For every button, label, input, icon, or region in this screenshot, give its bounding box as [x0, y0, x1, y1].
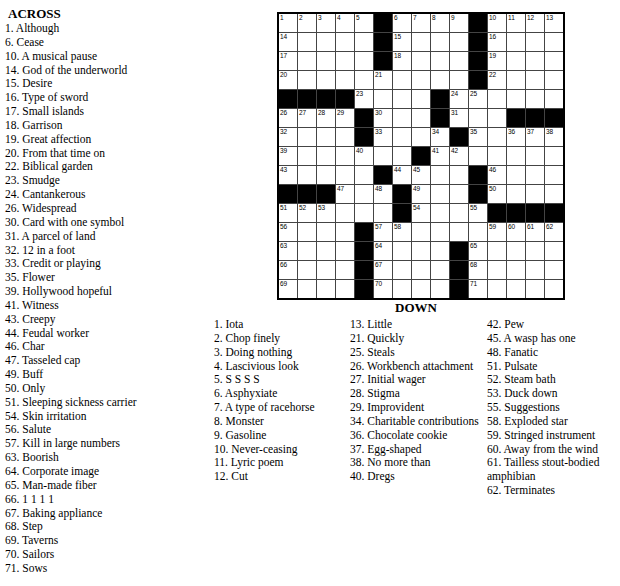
grid-cell[interactable]: 41 [431, 147, 449, 165]
grid-cell[interactable] [298, 242, 316, 260]
cell-number: 49 [413, 185, 420, 193]
down-clue: 29. Improvident [350, 401, 487, 415]
black-cell [355, 242, 373, 260]
black-cell [526, 204, 544, 222]
black-cell [450, 280, 468, 298]
grid-cell[interactable]: 27 [298, 109, 316, 127]
cell-number: 33 [375, 128, 382, 136]
grid-cell[interactable] [507, 71, 525, 89]
grid-cell[interactable] [412, 52, 430, 70]
black-cell [355, 109, 373, 127]
grid-cell[interactable] [526, 71, 544, 89]
cell-number: 46 [489, 166, 496, 174]
cell-number: 68 [470, 261, 477, 269]
grid-cell[interactable] [545, 280, 563, 298]
across-clue: 16. Type of sword [5, 91, 277, 105]
grid-cell[interactable] [336, 242, 354, 260]
grid-cell[interactable]: 15 [393, 33, 411, 51]
grid-cell[interactable] [545, 242, 563, 260]
black-cell [469, 52, 487, 70]
cell-number: 36 [508, 128, 515, 136]
grid-cell[interactable]: 47 [336, 185, 354, 203]
grid-cell[interactable] [431, 261, 449, 279]
grid-cell[interactable]: 70 [374, 280, 392, 298]
cell-number: 58 [394, 223, 401, 231]
grid-cell[interactable] [317, 52, 335, 70]
grid-cell[interactable]: 17 [279, 52, 297, 70]
grid-cell[interactable] [336, 33, 354, 51]
black-cell [374, 33, 392, 51]
grid-cell[interactable] [431, 71, 449, 89]
grid-cell[interactable] [526, 52, 544, 70]
grid-cell[interactable]: 18 [393, 52, 411, 70]
grid-cell[interactable] [431, 242, 449, 260]
grid-cell[interactable] [317, 280, 335, 298]
cell-number: 25 [470, 90, 477, 98]
grid-cell[interactable]: 31 [450, 109, 468, 127]
grid-cell[interactable] [450, 204, 468, 222]
grid-cell[interactable] [545, 90, 563, 108]
down-clue: 2. Chop finely [214, 332, 348, 346]
grid-cell[interactable] [450, 71, 468, 89]
black-cell [545, 204, 563, 222]
cell-number: 17 [280, 52, 287, 60]
cell-number: 23 [356, 90, 363, 98]
grid-cell[interactable] [336, 166, 354, 184]
grid-cell[interactable]: 44 [393, 166, 411, 184]
grid-cell[interactable] [393, 128, 411, 146]
grid-cell[interactable] [507, 185, 525, 203]
grid-cell[interactable] [374, 204, 392, 222]
down-clue: 9. Gasoline [214, 429, 348, 443]
cell-number: 43 [280, 166, 287, 174]
grid-cell[interactable] [488, 261, 506, 279]
grid-cell[interactable] [317, 147, 335, 165]
grid-cell[interactable] [488, 147, 506, 165]
across-clue: 41. Witness [5, 299, 277, 313]
cell-number: 37 [527, 128, 534, 136]
cell-number: 47 [337, 185, 344, 193]
grid-cell[interactable]: 10 [488, 14, 506, 32]
cell-number: 32 [280, 128, 287, 136]
down-clue: 37. Egg-shaped [350, 443, 487, 457]
grid-cell[interactable] [317, 261, 335, 279]
grid-cell[interactable]: 68 [469, 261, 487, 279]
cell-number: 1 [280, 14, 284, 22]
grid-cell[interactable] [317, 33, 335, 51]
grid-cell[interactable]: 50 [488, 185, 506, 203]
grid-cell[interactable] [526, 90, 544, 108]
grid-cell[interactable] [355, 71, 373, 89]
cell-number: 13 [546, 14, 553, 22]
grid-cell[interactable]: 29 [336, 109, 354, 127]
down-clue: 53. Duck down [487, 387, 615, 401]
grid-cell[interactable]: 11 [507, 14, 525, 32]
cell-number: 3 [318, 14, 322, 22]
black-cell [450, 242, 468, 260]
across-clue: 6. Cease [5, 36, 277, 50]
grid-cell[interactable]: 2 [298, 14, 316, 32]
black-cell [469, 71, 487, 89]
grid-cell[interactable] [393, 147, 411, 165]
grid-cell[interactable]: 46 [488, 166, 506, 184]
grid-cell[interactable] [450, 185, 468, 203]
cell-number: 63 [280, 242, 287, 250]
cell-number: 67 [375, 261, 382, 269]
cell-number: 31 [451, 109, 458, 117]
black-cell [450, 128, 468, 146]
grid-cell[interactable]: 64 [374, 242, 392, 260]
grid-cell[interactable]: 30 [374, 109, 392, 127]
across-clue: 39. Hollywood hopeful [5, 285, 277, 299]
grid-cell[interactable] [545, 33, 563, 51]
cell-number: 20 [280, 71, 287, 79]
black-cell [317, 185, 335, 203]
grid-cell[interactable] [431, 204, 449, 222]
grid-cell[interactable] [393, 109, 411, 127]
cell-number: 28 [318, 109, 325, 117]
grid-cell[interactable]: 61 [526, 223, 544, 241]
grid-cell[interactable]: 37 [526, 128, 544, 146]
grid-cell[interactable]: 21 [374, 71, 392, 89]
grid-cell[interactable]: 56 [279, 223, 297, 241]
grid-cell[interactable]: 67 [374, 261, 392, 279]
grid-cell[interactable] [298, 280, 316, 298]
grid-cell[interactable] [450, 52, 468, 70]
grid-cell[interactable] [336, 52, 354, 70]
grid-cell[interactable]: 54 [412, 204, 430, 222]
grid-cell[interactable]: 5 [355, 14, 373, 32]
across-clue: 33. Credit or playing [5, 257, 277, 271]
grid-cell[interactable]: 57 [374, 223, 392, 241]
grid-cell[interactable]: 22 [488, 71, 506, 89]
cell-number: 40 [356, 147, 363, 155]
grid-cell[interactable] [507, 261, 525, 279]
grid-cell[interactable] [507, 280, 525, 298]
grid-cell[interactable] [545, 261, 563, 279]
down-clue: 3. Doing nothing [214, 346, 348, 360]
down-clue: 28. Stigma [350, 387, 487, 401]
cell-number: 12 [527, 14, 534, 22]
grid-cell[interactable]: 55 [469, 204, 487, 222]
black-cell [298, 90, 316, 108]
grid-cell[interactable] [450, 223, 468, 241]
black-cell [507, 109, 525, 127]
grid-cell[interactable] [507, 242, 525, 260]
down-clue: 34. Charitable contributions [350, 415, 487, 429]
grid-cell[interactable] [336, 147, 354, 165]
cell-number: 57 [375, 223, 382, 231]
grid-cell[interactable] [412, 261, 430, 279]
cell-number: 16 [489, 33, 496, 41]
down-clue-list-col1: 1. Iota2. Chop finely3. Doing nothing4. … [214, 318, 348, 484]
grid-cell[interactable] [526, 166, 544, 184]
crossword-grid: 1234567891011121314151617181920212223242… [277, 12, 565, 300]
grid-cell[interactable]: 45 [412, 166, 430, 184]
grid-cell[interactable]: 20 [279, 71, 297, 89]
grid-cell[interactable] [412, 280, 430, 298]
grid-cell[interactable]: 16 [488, 33, 506, 51]
grid-cell[interactable] [298, 71, 316, 89]
cell-number: 27 [299, 109, 306, 117]
grid-cell[interactable]: 25 [469, 90, 487, 108]
grid-cell[interactable] [412, 242, 430, 260]
grid-cell[interactable]: 14 [279, 33, 297, 51]
across-clue: 70. Sailors [5, 548, 277, 562]
cell-number: 7 [413, 14, 417, 22]
grid-cell[interactable]: 62 [545, 223, 563, 241]
grid-cell[interactable]: 52 [298, 204, 316, 222]
grid-cell[interactable] [393, 242, 411, 260]
cell-number: 60 [508, 223, 515, 231]
grid-cell[interactable] [355, 185, 373, 203]
grid-cell[interactable] [317, 242, 335, 260]
black-cell [355, 128, 373, 146]
grid-cell[interactable] [431, 33, 449, 51]
grid-cell[interactable] [393, 71, 411, 89]
grid-cell[interactable] [355, 166, 373, 184]
grid-cell[interactable]: 19 [488, 52, 506, 70]
grid-cell[interactable] [336, 280, 354, 298]
grid-cell[interactable] [355, 33, 373, 51]
down-clue: 10. Never-ceasing [214, 443, 348, 457]
black-cell [298, 185, 316, 203]
grid-cell[interactable] [298, 166, 316, 184]
grid-cell[interactable] [450, 166, 468, 184]
grid-cell[interactable]: 35 [469, 128, 487, 146]
black-cell [469, 166, 487, 184]
grid-cell[interactable]: 51 [279, 204, 297, 222]
grid-cell[interactable] [488, 109, 506, 127]
grid-cell[interactable]: 42 [450, 147, 468, 165]
cell-number: 41 [432, 147, 439, 155]
grid-cell[interactable]: 7 [412, 14, 430, 32]
grid-cell[interactable]: 60 [507, 223, 525, 241]
across-clue: 32. 12 in a foot [5, 244, 277, 258]
cell-number: 35 [470, 128, 477, 136]
down-header: DOWN [395, 300, 437, 315]
down-clue: 45. A wasp has one [487, 332, 615, 346]
across-clue: 22. Biblical garden [5, 160, 277, 174]
grid-cell[interactable] [298, 147, 316, 165]
grid-cell[interactable] [488, 128, 506, 146]
grid-cell[interactable]: 8 [431, 14, 449, 32]
grid-cell[interactable] [507, 90, 525, 108]
down-clue: 55. Suggestions [487, 401, 615, 415]
grid-cell[interactable] [469, 223, 487, 241]
grid-cell[interactable] [393, 280, 411, 298]
grid-cell[interactable] [488, 90, 506, 108]
grid-cell[interactable]: 39 [279, 147, 297, 165]
grid-cell[interactable]: 49 [412, 185, 430, 203]
down-clue: 4. Lascivious look [214, 360, 348, 374]
grid-cell[interactable] [545, 147, 563, 165]
across-clue: 26. Widespread [5, 202, 277, 216]
across-clue: 20. From that time on [5, 147, 277, 161]
grid-cell[interactable] [317, 166, 335, 184]
grid-cell[interactable]: 13 [545, 14, 563, 32]
grid-cell[interactable] [545, 71, 563, 89]
black-cell [431, 109, 449, 127]
grid-cell[interactable]: 28 [317, 109, 335, 127]
grid-cell[interactable]: 59 [488, 223, 506, 241]
cell-number: 2 [299, 14, 303, 22]
grid-cell[interactable] [393, 90, 411, 108]
grid-cell[interactable] [374, 90, 392, 108]
black-cell [374, 166, 392, 184]
grid-cell[interactable]: 65 [469, 242, 487, 260]
grid-cell[interactable]: 69 [279, 280, 297, 298]
grid-cell[interactable] [298, 52, 316, 70]
grid-cell[interactable] [545, 166, 563, 184]
across-clue: 23. Smudge [5, 174, 277, 188]
grid-cell[interactable]: 71 [469, 280, 487, 298]
grid-cell[interactable] [507, 147, 525, 165]
cell-number: 42 [451, 147, 458, 155]
grid-cell[interactable]: 4 [336, 14, 354, 32]
grid-cell[interactable] [374, 147, 392, 165]
grid-cell[interactable] [526, 33, 544, 51]
cell-number: 10 [489, 14, 496, 22]
grid-cell[interactable] [526, 261, 544, 279]
cell-number: 70 [375, 280, 382, 288]
grid-cell[interactable]: 1 [279, 14, 297, 32]
black-cell [393, 185, 411, 203]
black-cell [374, 52, 392, 70]
grid-cell[interactable] [450, 33, 468, 51]
grid-cell[interactable]: 24 [450, 90, 468, 108]
black-cell [355, 223, 373, 241]
down-clue: 36. Chocolate cookie [350, 429, 487, 443]
cell-number: 56 [280, 223, 287, 231]
grid-cell[interactable] [298, 261, 316, 279]
across-clues-panel: ACROSS 1. Although6. Cease10. A musical … [5, 6, 277, 576]
down-clue: 13. Little [350, 318, 487, 332]
grid-cell[interactable] [355, 204, 373, 222]
down-clue: 59. Stringed instrument [487, 429, 615, 443]
grid-cell[interactable]: 33 [374, 128, 392, 146]
grid-cell[interactable] [298, 223, 316, 241]
grid-cell[interactable]: 12 [526, 14, 544, 32]
cell-number: 15 [394, 33, 401, 41]
cell-number: 24 [451, 90, 458, 98]
grid-cell[interactable]: 26 [279, 109, 297, 127]
grid-cell[interactable] [545, 52, 563, 70]
black-cell [469, 14, 487, 32]
grid-cell[interactable]: 32 [279, 128, 297, 146]
grid-cell[interactable] [412, 223, 430, 241]
grid-cell[interactable] [545, 185, 563, 203]
black-cell [374, 14, 392, 32]
grid-cell[interactable] [336, 204, 354, 222]
down-clue: 5. S S S S [214, 373, 348, 387]
grid-cell[interactable] [412, 33, 430, 51]
grid-cell[interactable]: 9 [450, 14, 468, 32]
cell-number: 53 [318, 204, 325, 212]
grid-cell[interactable]: 63 [279, 242, 297, 260]
grid-cell[interactable]: 66 [279, 261, 297, 279]
grid-cell[interactable] [336, 223, 354, 241]
grid-cell[interactable] [469, 109, 487, 127]
grid-cell[interactable] [336, 71, 354, 89]
grid-cell[interactable]: 3 [317, 14, 335, 32]
grid-cell[interactable]: 48 [374, 185, 392, 203]
grid-cell[interactable] [431, 223, 449, 241]
grid-cell[interactable] [526, 185, 544, 203]
grid-cell[interactable] [317, 223, 335, 241]
grid-cell[interactable] [431, 185, 449, 203]
grid-cell[interactable] [526, 147, 544, 165]
down-clue: 25. Steals [350, 346, 487, 360]
down-clue: 51. Pulsate [487, 360, 615, 374]
cell-number: 19 [489, 52, 496, 60]
black-cell [412, 147, 430, 165]
black-cell [279, 90, 297, 108]
grid-cell[interactable] [507, 52, 525, 70]
grid-cell[interactable] [412, 90, 430, 108]
black-cell [526, 109, 544, 127]
grid-cell[interactable]: 23 [355, 90, 373, 108]
grid-cell[interactable] [469, 147, 487, 165]
across-clue: 17. Small islands [5, 105, 277, 119]
black-cell [469, 185, 487, 203]
grid-cell[interactable] [317, 71, 335, 89]
grid-cell[interactable] [412, 128, 430, 146]
grid-cell[interactable] [412, 71, 430, 89]
across-clue: 18. Garrison [5, 119, 277, 133]
grid-cell[interactable] [526, 242, 544, 260]
grid-cell[interactable] [431, 52, 449, 70]
grid-cell[interactable] [355, 52, 373, 70]
cell-number: 8 [432, 14, 436, 22]
grid-cell[interactable]: 53 [317, 204, 335, 222]
grid-cell[interactable]: 6 [393, 14, 411, 32]
black-cell [488, 204, 506, 222]
down-clue: 7. A type of racehorse [214, 401, 348, 415]
black-cell [545, 109, 563, 127]
cell-number: 14 [280, 33, 287, 41]
grid-cell[interactable]: 38 [545, 128, 563, 146]
grid-cell[interactable] [488, 280, 506, 298]
grid-cell[interactable]: 40 [355, 147, 373, 165]
cell-number: 51 [280, 204, 287, 212]
grid-cell[interactable] [393, 261, 411, 279]
grid-cell[interactable] [336, 261, 354, 279]
grid-cell[interactable] [431, 166, 449, 184]
across-clue-list: 1. Although6. Cease10. A musical pause14… [5, 22, 277, 576]
down-clue: 38. No more than [350, 456, 487, 470]
grid-cell[interactable]: 36 [507, 128, 525, 146]
grid-cell[interactable] [298, 33, 316, 51]
grid-cell[interactable] [431, 280, 449, 298]
grid-cell[interactable] [336, 128, 354, 146]
down-clue: 60. Away from the wind [487, 443, 615, 457]
grid-cell[interactable]: 58 [393, 223, 411, 241]
grid-cell[interactable] [317, 128, 335, 146]
cell-number: 4 [337, 14, 341, 22]
grid-cell[interactable] [526, 280, 544, 298]
grid-cell[interactable] [507, 166, 525, 184]
cell-number: 69 [280, 280, 287, 288]
grid-cell[interactable]: 43 [279, 166, 297, 184]
grid-cell[interactable] [412, 109, 430, 127]
cell-number: 50 [489, 185, 496, 193]
grid-cell[interactable] [298, 128, 316, 146]
grid-cell[interactable]: 34 [431, 128, 449, 146]
grid-cell[interactable] [507, 33, 525, 51]
down-clue: 6. Asphyxiate [214, 387, 348, 401]
grid-cell[interactable] [488, 242, 506, 260]
